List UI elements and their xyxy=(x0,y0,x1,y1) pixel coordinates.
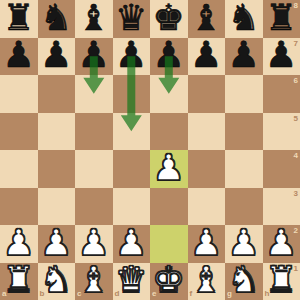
square-e5[interactable] xyxy=(150,113,188,151)
piece-white-rook-h1[interactable]: ♜ xyxy=(265,262,297,298)
piece-black-rook-h8[interactable]: ♜ xyxy=(265,0,297,36)
square-a1[interactable]: ♜a xyxy=(0,263,38,300)
piece-white-pawn-f2[interactable]: ♟ xyxy=(190,225,222,261)
square-e7[interactable]: ♟ xyxy=(150,38,188,76)
square-d7[interactable]: ♟ xyxy=(113,38,151,76)
square-h2[interactable]: ♟2 xyxy=(263,225,301,263)
piece-black-pawn-g7[interactable]: ♟ xyxy=(228,37,260,73)
coordinate-rank-6: 6 xyxy=(294,77,298,85)
square-h7[interactable]: ♟7 xyxy=(263,38,301,76)
piece-black-pawn-d7[interactable]: ♟ xyxy=(115,37,147,73)
piece-black-pawn-f7[interactable]: ♟ xyxy=(190,37,222,73)
piece-white-pawn-h2[interactable]: ♟ xyxy=(265,225,297,261)
square-c7[interactable]: ♟ xyxy=(75,38,113,76)
square-g3[interactable] xyxy=(225,188,263,226)
coordinate-rank-3: 3 xyxy=(294,190,298,198)
piece-black-rook-a8[interactable]: ♜ xyxy=(3,0,35,36)
square-a6[interactable] xyxy=(0,75,38,113)
square-d8[interactable]: ♛ xyxy=(113,0,151,38)
coordinate-rank-8: 8 xyxy=(294,2,298,10)
square-a3[interactable] xyxy=(0,188,38,226)
square-b4[interactable] xyxy=(38,150,76,188)
piece-white-pawn-e4[interactable]: ♟ xyxy=(153,150,185,186)
square-b5[interactable] xyxy=(38,113,76,151)
square-b7[interactable]: ♟ xyxy=(38,38,76,76)
piece-black-pawn-e7[interactable]: ♟ xyxy=(153,37,185,73)
square-h8[interactable]: ♜8 xyxy=(263,0,301,38)
square-c5[interactable] xyxy=(75,113,113,151)
square-f8[interactable]: ♝ xyxy=(188,0,226,38)
coordinate-rank-4: 4 xyxy=(294,152,298,160)
square-f5[interactable] xyxy=(188,113,226,151)
square-a8[interactable]: ♜ xyxy=(0,0,38,38)
coordinate-rank-5: 5 xyxy=(294,115,298,123)
coordinate-rank-1: 1 xyxy=(294,265,298,273)
coordinate-file-d: d xyxy=(115,290,120,298)
square-g5[interactable] xyxy=(225,113,263,151)
square-c2[interactable]: ♟ xyxy=(75,225,113,263)
square-d6[interactable] xyxy=(113,75,151,113)
square-e2[interactable] xyxy=(150,225,188,263)
square-f4[interactable] xyxy=(188,150,226,188)
piece-white-knight-b1[interactable]: ♞ xyxy=(40,262,72,298)
chess-board: ♜♞♝♛♚♝♞♜8♟♟♟♟♟♟♟♟765♟43♟♟♟♟♟♟♟2♜a♞b♝c♛d♚… xyxy=(0,0,300,300)
square-b1[interactable]: ♞b xyxy=(38,263,76,300)
square-h4[interactable]: 4 xyxy=(263,150,301,188)
piece-black-king-e8[interactable]: ♚ xyxy=(153,0,185,36)
coordinate-file-h: h xyxy=(265,290,270,298)
square-c3[interactable] xyxy=(75,188,113,226)
coordinate-rank-2: 2 xyxy=(294,227,298,235)
piece-white-queen-d1[interactable]: ♛ xyxy=(115,262,147,298)
square-d3[interactable] xyxy=(113,188,151,226)
square-a7[interactable]: ♟ xyxy=(0,38,38,76)
coordinate-file-g: g xyxy=(227,290,232,298)
square-c6[interactable] xyxy=(75,75,113,113)
piece-white-pawn-c2[interactable]: ♟ xyxy=(78,225,110,261)
piece-black-bishop-f8[interactable]: ♝ xyxy=(190,0,222,36)
piece-white-knight-g1[interactable]: ♞ xyxy=(228,262,260,298)
square-c8[interactable]: ♝ xyxy=(75,0,113,38)
piece-black-knight-g8[interactable]: ♞ xyxy=(228,0,260,36)
square-e1[interactable]: ♚e xyxy=(150,263,188,300)
square-d1[interactable]: ♛d xyxy=(113,263,151,300)
piece-white-rook-a1[interactable]: ♜ xyxy=(3,262,35,298)
square-c1[interactable]: ♝c xyxy=(75,263,113,300)
square-g2[interactable]: ♟ xyxy=(225,225,263,263)
piece-black-pawn-b7[interactable]: ♟ xyxy=(40,37,72,73)
coordinate-file-f: f xyxy=(190,290,193,298)
piece-black-knight-b8[interactable]: ♞ xyxy=(40,0,72,36)
square-d2[interactable]: ♟ xyxy=(113,225,151,263)
square-e6[interactable] xyxy=(150,75,188,113)
piece-black-pawn-h7[interactable]: ♟ xyxy=(265,37,297,73)
square-g8[interactable]: ♞ xyxy=(225,0,263,38)
square-d4[interactable] xyxy=(113,150,151,188)
square-d5[interactable] xyxy=(113,113,151,151)
square-f2[interactable]: ♟ xyxy=(188,225,226,263)
piece-white-pawn-g2[interactable]: ♟ xyxy=(228,225,260,261)
square-g7[interactable]: ♟ xyxy=(225,38,263,76)
square-b3[interactable] xyxy=(38,188,76,226)
piece-white-pawn-b2[interactable]: ♟ xyxy=(40,225,72,261)
square-e4[interactable]: ♟ xyxy=(150,150,188,188)
square-c4[interactable] xyxy=(75,150,113,188)
square-e3[interactable] xyxy=(150,188,188,226)
coordinate-file-c: c xyxy=(77,290,81,298)
square-f1[interactable]: ♝f xyxy=(188,263,226,300)
piece-white-pawn-d2[interactable]: ♟ xyxy=(115,225,147,261)
coordinate-file-a: a xyxy=(2,290,6,298)
square-f7[interactable]: ♟ xyxy=(188,38,226,76)
piece-black-pawn-a7[interactable]: ♟ xyxy=(3,37,35,73)
square-a2[interactable]: ♟ xyxy=(0,225,38,263)
piece-white-bishop-c1[interactable]: ♝ xyxy=(78,262,110,298)
square-a5[interactable] xyxy=(0,113,38,151)
square-a4[interactable] xyxy=(0,150,38,188)
piece-white-pawn-a2[interactable]: ♟ xyxy=(3,225,35,261)
coordinate-file-e: e xyxy=(152,290,156,298)
coordinate-rank-7: 7 xyxy=(294,40,298,48)
piece-black-bishop-c8[interactable]: ♝ xyxy=(78,0,110,36)
piece-white-king-e1[interactable]: ♚ xyxy=(153,262,185,298)
square-h6[interactable]: 6 xyxy=(263,75,301,113)
square-g1[interactable]: ♞g xyxy=(225,263,263,300)
square-g4[interactable] xyxy=(225,150,263,188)
square-f3[interactable] xyxy=(188,188,226,226)
square-b8[interactable]: ♞ xyxy=(38,0,76,38)
piece-black-queen-d8[interactable]: ♛ xyxy=(115,0,147,36)
square-h1[interactable]: ♜1h xyxy=(263,263,301,300)
coordinate-file-b: b xyxy=(40,290,45,298)
square-b6[interactable] xyxy=(38,75,76,113)
piece-black-pawn-c7[interactable]: ♟ xyxy=(78,37,110,73)
square-h5[interactable]: 5 xyxy=(263,113,301,151)
square-h3[interactable]: 3 xyxy=(263,188,301,226)
square-f6[interactable] xyxy=(188,75,226,113)
square-g6[interactable] xyxy=(225,75,263,113)
piece-white-bishop-f1[interactable]: ♝ xyxy=(190,262,222,298)
square-b2[interactable]: ♟ xyxy=(38,225,76,263)
square-e8[interactable]: ♚ xyxy=(150,0,188,38)
